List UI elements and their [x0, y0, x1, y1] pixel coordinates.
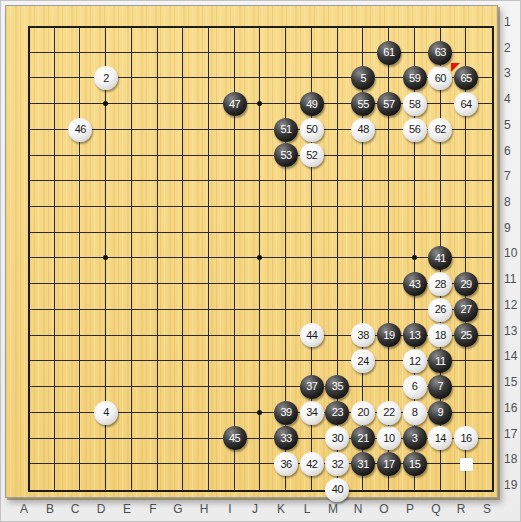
- stone-41-Q10[interactable]: 41: [428, 246, 452, 270]
- move-number: 63: [435, 47, 446, 58]
- stone-49-L4[interactable]: 49: [300, 92, 324, 116]
- row-label-11: 11: [504, 272, 516, 286]
- stone-22-O16[interactable]: 22: [377, 401, 401, 425]
- stone-26-Q12[interactable]: 26: [428, 298, 452, 322]
- row-label-12: 12: [504, 298, 517, 312]
- move-number: 11: [435, 356, 445, 367]
- move-number: 41: [435, 253, 446, 264]
- move-number: 14: [435, 433, 446, 444]
- stone-65-R3[interactable]: 65: [454, 66, 478, 90]
- move-number: 28: [435, 279, 446, 290]
- stone-21-N17[interactable]: 21: [351, 426, 375, 450]
- row-label-5: 5: [504, 118, 511, 132]
- move-number: 53: [280, 150, 291, 161]
- col-label-R: R: [451, 502, 471, 516]
- last-move-marker-icon: [451, 63, 460, 72]
- stone-20-N16[interactable]: 20: [351, 401, 375, 425]
- stone-14-Q17[interactable]: 14: [428, 426, 452, 450]
- stone-30-M17[interactable]: 30: [325, 426, 349, 450]
- stone-40-M19[interactable]: 40: [325, 478, 349, 502]
- move-number: 16: [460, 433, 471, 444]
- stone-16-R17[interactable]: 16: [454, 426, 478, 450]
- stone-32-M18[interactable]: 32: [325, 452, 349, 476]
- col-label-L: L: [297, 502, 317, 516]
- stone-10-O17[interactable]: 10: [377, 426, 401, 450]
- stone-29-R11[interactable]: 29: [454, 272, 478, 296]
- stone-36-K18[interactable]: 36: [274, 452, 298, 476]
- move-number: 51: [280, 124, 291, 135]
- stone-3-P17[interactable]: 3: [403, 426, 427, 450]
- stone-34-L16[interactable]: 34: [300, 401, 324, 425]
- move-number: 2: [103, 73, 109, 84]
- row-label-13: 13: [504, 324, 517, 338]
- move-number: 3: [412, 433, 418, 444]
- move-number: 43: [409, 279, 420, 290]
- stone-25-R13[interactable]: 25: [454, 323, 478, 347]
- move-number: 62: [435, 124, 446, 135]
- col-label-Q: Q: [426, 502, 446, 516]
- row-label-16: 16: [504, 401, 517, 415]
- move-number: 25: [460, 330, 471, 341]
- go-board[interactable]: 2345678910111213141516171819202122232425…: [5, 5, 498, 498]
- move-number: 46: [75, 124, 86, 135]
- move-number: 5: [360, 73, 366, 84]
- stone-12-P14[interactable]: 12: [403, 349, 427, 373]
- stone-45-I17[interactable]: 45: [223, 426, 247, 450]
- col-label-J: J: [245, 502, 265, 516]
- move-number: 52: [306, 150, 317, 161]
- stone-13-P13[interactable]: 13: [403, 323, 427, 347]
- move-number: 48: [358, 124, 369, 135]
- row-label-2: 2: [504, 41, 511, 55]
- row-label-4: 4: [504, 92, 511, 106]
- col-label-D: D: [91, 502, 111, 516]
- row-label-7: 7: [504, 169, 511, 183]
- row-label-6: 6: [504, 144, 511, 158]
- stone-64-R4[interactable]: 64: [454, 92, 478, 116]
- stone-17-O18[interactable]: 17: [377, 452, 401, 476]
- move-number: 32: [332, 459, 343, 470]
- stone-38-N13[interactable]: 38: [351, 323, 375, 347]
- row-label-17: 17: [504, 427, 517, 441]
- stone-4-D16[interactable]: 4: [94, 401, 118, 425]
- stone-15-P18[interactable]: 15: [403, 452, 427, 476]
- stone-48-N5[interactable]: 48: [351, 118, 375, 142]
- move-number: 35: [332, 381, 343, 392]
- move-number: 4: [103, 407, 109, 418]
- move-number: 22: [383, 407, 394, 418]
- row-label-9: 9: [504, 221, 511, 235]
- stone-11-Q14[interactable]: 11: [428, 349, 452, 373]
- move-number: 12: [409, 356, 420, 367]
- move-number: 34: [306, 407, 317, 418]
- move-number: 49: [306, 99, 317, 110]
- col-label-O: O: [374, 502, 394, 516]
- move-number: 36: [280, 459, 291, 470]
- column-labels: ABCDEFGHIJKLMNOPQRS: [1, 502, 521, 522]
- stone-35-M15[interactable]: 35: [325, 375, 349, 399]
- stone-31-N18[interactable]: 31: [351, 452, 375, 476]
- row-label-8: 8: [504, 195, 511, 209]
- stone-43-P11[interactable]: 43: [403, 272, 427, 296]
- stone-46-C5[interactable]: 46: [68, 118, 92, 142]
- stone-62-Q5[interactable]: 62: [428, 118, 452, 142]
- move-number: 23: [332, 407, 343, 418]
- stone-19-O13[interactable]: 19: [377, 323, 401, 347]
- stone-57-O4[interactable]: 57: [377, 92, 401, 116]
- row-label-10: 10: [504, 246, 517, 260]
- col-label-M: M: [323, 502, 343, 516]
- move-number: 7: [438, 381, 444, 392]
- move-number: 44: [306, 330, 317, 341]
- move-number: 42: [306, 459, 317, 470]
- row-label-14: 14: [504, 349, 517, 363]
- move-number: 8: [412, 407, 418, 418]
- col-label-C: C: [65, 502, 85, 516]
- stone-33-K17[interactable]: 33: [274, 426, 298, 450]
- row-label-1: 1: [504, 15, 511, 29]
- stone-6-P15[interactable]: 6: [403, 375, 427, 399]
- move-number: 13: [409, 330, 420, 341]
- stone-52-L6[interactable]: 52: [300, 143, 324, 167]
- move-number: 61: [383, 47, 394, 58]
- stones-layer: 2345678910111213141516171819202122232425…: [16, 14, 505, 503]
- col-label-I: I: [220, 502, 240, 516]
- move-number: 10: [383, 433, 394, 444]
- move-number: 20: [358, 407, 369, 418]
- stone-39-K16[interactable]: 39: [274, 401, 298, 425]
- stone-27-R12[interactable]: 27: [454, 298, 478, 322]
- stone-47-I4[interactable]: 47: [223, 92, 247, 116]
- move-number: 29: [460, 279, 471, 290]
- stone-63-Q2[interactable]: 63: [428, 41, 452, 65]
- stone-37-L15[interactable]: 37: [300, 375, 324, 399]
- stone-18-Q13[interactable]: 18: [428, 323, 452, 347]
- stone-59-P3[interactable]: 59: [403, 66, 427, 90]
- col-label-H: H: [194, 502, 214, 516]
- stone-2-D3[interactable]: 2: [94, 66, 118, 90]
- col-label-P: P: [400, 502, 420, 516]
- move-number: 33: [280, 433, 291, 444]
- stone-55-N4[interactable]: 55: [351, 92, 375, 116]
- stone-24-N14[interactable]: 24: [351, 349, 375, 373]
- row-label-18: 18: [504, 452, 517, 466]
- move-number: 57: [383, 99, 394, 110]
- move-number: 15: [409, 459, 420, 470]
- row-label-19: 19: [504, 478, 517, 492]
- move-number: 17: [383, 459, 394, 470]
- col-label-B: B: [40, 502, 60, 516]
- stone-60-Q3[interactable]: 60: [428, 66, 452, 90]
- col-label-A: A: [14, 502, 34, 516]
- move-number: 31: [358, 459, 369, 470]
- move-number: 6: [412, 381, 418, 392]
- move-number: 26: [435, 304, 446, 315]
- stone-42-L18[interactable]: 42: [300, 452, 324, 476]
- row-label-15: 15: [504, 375, 517, 389]
- stone-9-Q16[interactable]: 9: [428, 401, 452, 425]
- stone-44-L13[interactable]: 44: [300, 323, 324, 347]
- move-number: 30: [332, 433, 343, 444]
- move-number: 21: [358, 433, 369, 444]
- move-number: 9: [438, 407, 444, 418]
- move-number: 27: [460, 304, 471, 315]
- col-label-E: E: [117, 502, 137, 516]
- move-number: 47: [229, 99, 240, 110]
- move-number: 58: [409, 99, 420, 110]
- stone-53-K6[interactable]: 53: [274, 143, 298, 167]
- move-number: 39: [280, 407, 291, 418]
- move-number: 59: [409, 73, 420, 84]
- col-label-K: K: [271, 502, 291, 516]
- move-number: 40: [332, 484, 343, 495]
- stone-56-P5[interactable]: 56: [403, 118, 427, 142]
- move-number: 55: [358, 99, 369, 110]
- move-number: 50: [306, 124, 317, 135]
- stone-58-P4[interactable]: 58: [403, 92, 427, 116]
- col-label-N: N: [348, 502, 368, 516]
- move-number: 24: [358, 356, 369, 367]
- move-number: 38: [358, 330, 369, 341]
- move-number: 65: [460, 73, 471, 84]
- col-label-S: S: [477, 502, 497, 516]
- stone-7-Q15[interactable]: 7: [428, 375, 452, 399]
- move-number: 19: [383, 330, 394, 341]
- move-number: 37: [306, 381, 317, 392]
- col-label-G: G: [168, 502, 188, 516]
- move-number: 45: [229, 433, 240, 444]
- stone-51-K5[interactable]: 51: [274, 118, 298, 142]
- move-number: 64: [460, 99, 471, 110]
- stone-50-L5[interactable]: 50: [300, 118, 324, 142]
- stone-61-O2[interactable]: 61: [377, 41, 401, 65]
- row-label-3: 3: [504, 66, 511, 80]
- stone-8-P16[interactable]: 8: [403, 401, 427, 425]
- white-square-marker-R18: [460, 458, 473, 471]
- move-number: 18: [435, 330, 446, 341]
- row-labels: 12345678910111213141516171819: [504, 1, 521, 501]
- go-kifu-viewer: 2345678910111213141516171819202122232425…: [0, 0, 521, 522]
- move-number: 60: [435, 73, 446, 84]
- stone-23-M16[interactable]: 23: [325, 401, 349, 425]
- stone-28-Q11[interactable]: 28: [428, 272, 452, 296]
- move-number: 56: [409, 124, 420, 135]
- col-label-F: F: [143, 502, 163, 516]
- stone-5-N3[interactable]: 5: [351, 66, 375, 90]
